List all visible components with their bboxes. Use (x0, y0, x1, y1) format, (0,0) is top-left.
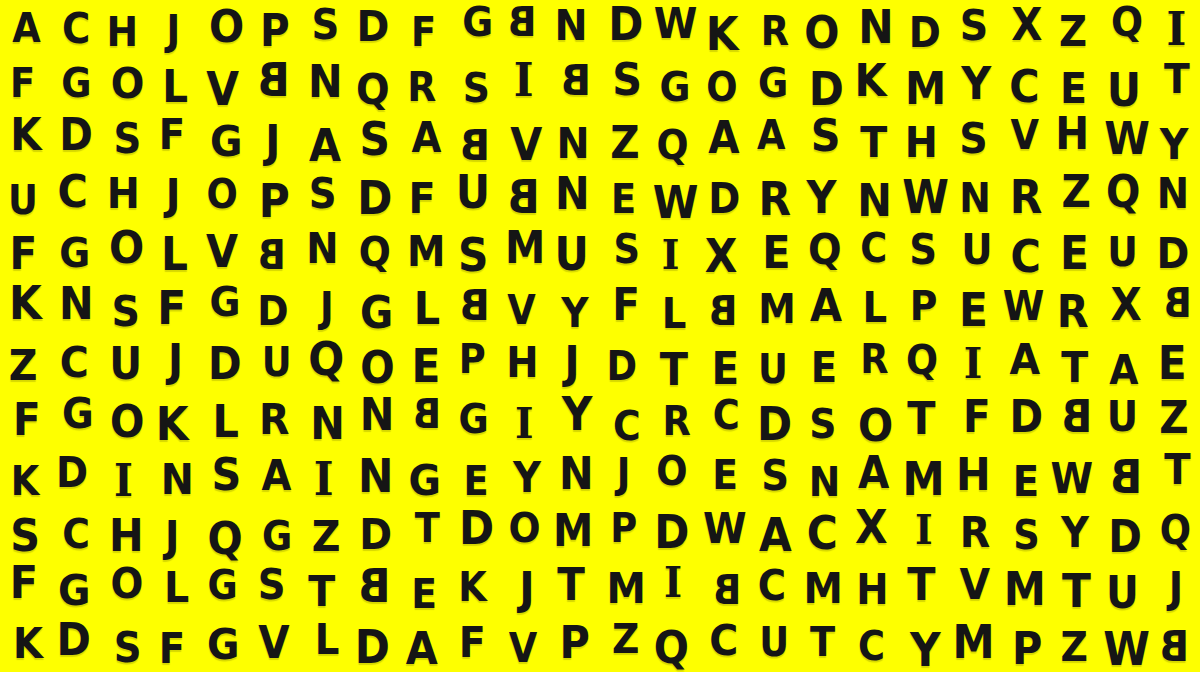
grid-cell[interactable]: M (999, 560, 1049, 616)
grid-cell[interactable]: X (849, 504, 899, 560)
grid-cell[interactable]: Y (549, 280, 599, 336)
grid-cell[interactable]: Z (599, 112, 649, 168)
grid-cell[interactable]: N (350, 392, 400, 448)
grid-cell[interactable]: Q (200, 504, 250, 560)
grid-cell[interactable]: E (799, 336, 849, 392)
grid-cell[interactable]: T (649, 336, 699, 392)
grid-cell[interactable]: N (150, 448, 200, 504)
grid-cell[interactable]: S (999, 504, 1049, 560)
grid-cell[interactable]: R (849, 336, 899, 392)
grid-cell[interactable]: S (100, 616, 150, 672)
grid-cell[interactable]: P (899, 280, 950, 336)
grid-cell[interactable]: E (1150, 336, 1200, 392)
grid-cell[interactable]: C (699, 616, 749, 672)
grid-cell[interactable]: J (150, 504, 200, 560)
grid-cell[interactable]: T (1150, 56, 1200, 112)
grid-cell[interactable]: A (250, 448, 300, 504)
grid-cell[interactable]: R (399, 56, 449, 112)
grid-cell[interactable]: B (449, 112, 499, 168)
grid-cell[interactable]: B (1099, 448, 1150, 504)
grid-cell[interactable]: O (699, 56, 749, 112)
grid-cell[interactable]: G (350, 280, 400, 336)
grid-cell[interactable]: O (499, 504, 549, 560)
grid-cell[interactable]: D (50, 616, 100, 672)
grid-cell[interactable]: W (699, 504, 749, 560)
grid-cell[interactable]: R (1049, 280, 1099, 336)
grid-cell[interactable]: K (0, 448, 50, 504)
grid-cell[interactable]: V (200, 224, 250, 280)
grid-cell[interactable]: T (1150, 448, 1200, 504)
grid-cell[interactable]: U (950, 224, 1000, 280)
grid-cell[interactable]: B (549, 56, 599, 112)
grid-cell[interactable]: X (1099, 280, 1150, 336)
grid-cell[interactable]: W (1099, 616, 1150, 672)
grid-cell[interactable]: S (250, 560, 300, 616)
grid-cell[interactable]: D (200, 336, 250, 392)
grid-cell[interactable]: E (399, 560, 449, 616)
grid-cell[interactable]: B (699, 280, 749, 336)
grid-cell[interactable]: J (1150, 560, 1200, 616)
grid-cell[interactable]: S (100, 280, 150, 336)
grid-cell[interactable]: M (749, 280, 799, 336)
grid-cell[interactable]: D (999, 392, 1049, 448)
grid-cell[interactable]: T (899, 560, 950, 616)
grid-cell[interactable]: V (499, 280, 549, 336)
grid-cell[interactable]: B (1150, 616, 1200, 672)
grid-cell[interactable]: A (399, 616, 449, 672)
grid-cell[interactable]: P (250, 0, 300, 56)
grid-cell[interactable]: D (250, 280, 300, 336)
grid-cell[interactable]: Z (1049, 168, 1099, 224)
grid-cell[interactable]: S (799, 112, 849, 168)
grid-cell[interactable]: L (849, 280, 899, 336)
grid-cell[interactable]: S (799, 392, 849, 448)
grid-cell[interactable]: N (1150, 168, 1200, 224)
grid-letter: G (262, 516, 292, 556)
grid-cell[interactable]: A (300, 112, 350, 168)
grid-cell[interactable]: W (1099, 112, 1150, 168)
grid-cell[interactable]: C (999, 224, 1049, 280)
grid-cell[interactable]: M (950, 616, 1000, 672)
grid-letter: S (312, 4, 340, 46)
grid-cell[interactable]: U (1099, 56, 1150, 112)
grid-cell[interactable]: N (300, 224, 350, 280)
grid-cell[interactable]: M (499, 224, 549, 280)
grid-cell[interactable]: Q (899, 336, 950, 392)
grid-cell[interactable]: Z (0, 336, 50, 392)
grid-cell[interactable]: U (1099, 392, 1150, 448)
grid-cell[interactable]: B (1049, 392, 1099, 448)
grid-cell[interactable]: N (549, 112, 599, 168)
grid-cell[interactable]: Z (300, 504, 350, 560)
grid-cell[interactable]: C (599, 392, 649, 448)
grid-cell[interactable]: Z (1049, 0, 1099, 56)
grid-cell[interactable]: E (449, 448, 499, 504)
grid-cell[interactable]: E (950, 280, 1000, 336)
grid-cell[interactable]: R (649, 392, 699, 448)
grid-cell[interactable]: F (150, 280, 200, 336)
grid-cell[interactable]: O (100, 56, 150, 112)
grid-cell[interactable]: D (649, 504, 699, 560)
grid-cell[interactable]: M (549, 504, 599, 560)
grid-cell[interactable]: C (849, 616, 899, 672)
grid-letter: Z (1062, 170, 1091, 214)
grid-letter: J (564, 341, 579, 385)
grid-cell[interactable]: Q (350, 224, 400, 280)
grid-cell[interactable]: P (250, 168, 300, 224)
grid-cell[interactable]: K (150, 392, 200, 448)
grid-cell[interactable]: U (1099, 224, 1150, 280)
grid-cell[interactable]: Q (1099, 0, 1150, 56)
grid-cell[interactable]: D (350, 0, 400, 56)
grid-cell[interactable]: J (499, 560, 549, 616)
grid-cell[interactable]: H (100, 168, 150, 224)
grid-cell[interactable]: S (449, 224, 499, 280)
grid-cell[interactable]: Q (649, 616, 699, 672)
grid-cell[interactable]: B (350, 560, 400, 616)
grid-cell[interactable]: D (1099, 504, 1150, 560)
grid-cell[interactable]: O (100, 392, 150, 448)
grid-cell[interactable]: G (50, 392, 100, 448)
grid-cell[interactable]: R (950, 504, 1000, 560)
grid-cell[interactable]: H (1049, 112, 1099, 168)
grid-cell[interactable]: S (449, 56, 499, 112)
grid-cell[interactable]: L (649, 280, 699, 336)
grid-cell[interactable]: D (599, 336, 649, 392)
grid-cell[interactable]: N (950, 168, 1000, 224)
grid-letter: F (408, 176, 435, 219)
grid-cell[interactable]: F (399, 0, 449, 56)
grid-cell[interactable]: V (499, 616, 549, 672)
grid-cell[interactable]: E (599, 168, 649, 224)
grid-cell[interactable]: J (300, 280, 350, 336)
grid-cell[interactable]: S (200, 448, 250, 504)
grid-cell[interactable]: J (150, 168, 200, 224)
grid-cell[interactable]: I (100, 448, 150, 504)
grid-cell[interactable]: C (999, 56, 1049, 112)
grid-cell[interactable]: G (250, 504, 300, 560)
grid-cell[interactable]: Q (350, 56, 400, 112)
grid-letter: S (809, 403, 836, 444)
grid-cell[interactable]: H (849, 560, 899, 616)
grid-cell[interactable]: K (0, 280, 50, 336)
grid-cell[interactable]: B (499, 168, 549, 224)
grid-cell[interactable]: O (200, 168, 250, 224)
grid-cell[interactable]: S (300, 168, 350, 224)
grid-cell[interactable]: V (250, 616, 300, 672)
grid-cell[interactable]: E (1049, 56, 1099, 112)
grid-cell[interactable]: V (200, 56, 250, 112)
grid-cell[interactable]: Z (1049, 616, 1099, 672)
grid-cell[interactable]: I (899, 504, 950, 560)
grid-cell[interactable]: T (1049, 560, 1099, 616)
grid-cell[interactable]: W (1049, 448, 1099, 504)
grid-cell[interactable]: G (50, 560, 100, 616)
grid-letter: M (905, 65, 946, 110)
grid-cell[interactable]: K (0, 112, 50, 168)
grid-cell[interactable]: F (0, 392, 50, 448)
grid-cell[interactable]: N (549, 168, 599, 224)
grid-cell[interactable]: H (499, 336, 549, 392)
grid-cell[interactable]: X (999, 0, 1049, 56)
grid-cell[interactable]: V (950, 560, 1000, 616)
grid-cell[interactable]: Q (1150, 504, 1200, 560)
grid-cell[interactable]: G (449, 0, 499, 56)
grid-cell[interactable]: H (950, 448, 1000, 504)
grid-cell[interactable]: P (599, 504, 649, 560)
grid-cell[interactable]: Y (499, 448, 549, 504)
grid-cell[interactable]: R (999, 168, 1049, 224)
grid-cell[interactable]: N (300, 392, 350, 448)
grid-cell[interactable]: A (999, 336, 1049, 392)
grid-cell[interactable]: T (549, 560, 599, 616)
grid-cell[interactable]: Q (300, 336, 350, 392)
grid-letter: R (759, 176, 792, 222)
grid-cell[interactable]: K (0, 616, 50, 672)
grid-cell[interactable]: R (749, 168, 799, 224)
grid-cell[interactable]: S (950, 0, 1000, 56)
grid-cell[interactable]: E (699, 448, 749, 504)
grid-cell[interactable]: T (300, 560, 350, 616)
grid-cell[interactable]: H (899, 112, 950, 168)
grid-cell[interactable]: F (0, 560, 50, 616)
grid-cell[interactable]: E (749, 224, 799, 280)
grid-cell[interactable]: P (449, 336, 499, 392)
grid-cell[interactable]: A (699, 112, 749, 168)
grid-cell[interactable]: A (1099, 336, 1150, 392)
grid-cell[interactable]: M (899, 56, 950, 112)
grid-cell[interactable]: F (0, 224, 50, 280)
grid-cell[interactable]: S (0, 504, 50, 560)
grid-cell[interactable]: H (100, 504, 150, 560)
grid-cell[interactable]: L (200, 392, 250, 448)
grid-cell[interactable]: T (799, 616, 849, 672)
grid-cell[interactable]: Y (1150, 112, 1200, 168)
grid-cell[interactable]: F (599, 280, 649, 336)
grid-cell[interactable]: M (399, 224, 449, 280)
grid-cell[interactable]: G (200, 280, 250, 336)
grid-cell[interactable]: U (549, 224, 599, 280)
grid-cell[interactable]: M (799, 560, 849, 616)
grid-cell[interactable]: D (350, 504, 400, 560)
grid-cell[interactable]: G (749, 56, 799, 112)
grid-cell[interactable]: G (449, 392, 499, 448)
grid-cell[interactable]: Y (950, 56, 1000, 112)
grid-cell[interactable]: G (200, 560, 250, 616)
grid-cell[interactable]: G (649, 56, 699, 112)
grid-cell[interactable]: D (449, 504, 499, 560)
grid-cell[interactable]: M (899, 448, 950, 504)
grid-cell[interactable]: Q (1099, 168, 1150, 224)
grid-cell[interactable]: T (1049, 336, 1099, 392)
grid-cell[interactable]: U (250, 336, 300, 392)
grid-cell[interactable]: T (399, 504, 449, 560)
grid-cell[interactable]: E (999, 448, 1049, 504)
grid-cell[interactable]: L (300, 616, 350, 672)
grid-cell[interactable]: O (350, 336, 400, 392)
grid-cell[interactable]: G (50, 56, 100, 112)
grid-cell[interactable]: N (549, 0, 599, 56)
grid-cell[interactable]: B (699, 560, 749, 616)
grid-cell[interactable]: O (849, 392, 899, 448)
grid-cell[interactable]: Y (899, 616, 950, 672)
grid-cell[interactable]: N (350, 448, 400, 504)
grid-cell[interactable]: H (100, 0, 150, 56)
grid-cell[interactable]: D (749, 392, 799, 448)
grid-cell[interactable]: I (1150, 0, 1200, 56)
grid-cell[interactable]: N (549, 448, 599, 504)
grid-letter: D (608, 1, 643, 47)
grid-cell[interactable]: Y (1049, 504, 1099, 560)
grid-cell[interactable]: U (449, 168, 499, 224)
grid-cell[interactable]: P (549, 616, 599, 672)
grid-cell[interactable]: D (799, 56, 849, 112)
grid-cell[interactable]: S (950, 112, 1000, 168)
grid-cell[interactable]: U (0, 168, 50, 224)
grid-cell[interactable]: L (399, 280, 449, 336)
grid-cell[interactable]: A (799, 280, 849, 336)
grid-cell[interactable]: O (799, 0, 849, 56)
grid-cell[interactable]: J (150, 336, 200, 392)
grid-cell[interactable]: U (749, 336, 799, 392)
grid-cell[interactable]: I (300, 448, 350, 504)
grid-cell[interactable]: X (699, 224, 749, 280)
grid-cell[interactable]: F (0, 56, 50, 112)
grid-cell[interactable]: S (749, 448, 799, 504)
grid-cell[interactable]: Y (549, 392, 599, 448)
grid-cell[interactable]: L (150, 224, 200, 280)
grid-cell[interactable]: Z (599, 616, 649, 672)
grid-cell[interactable]: D (599, 0, 649, 56)
grid-cell[interactable]: G (50, 224, 100, 280)
grid-cell[interactable]: G (200, 616, 250, 672)
grid-cell[interactable]: K (449, 560, 499, 616)
grid-cell[interactable]: C (699, 392, 749, 448)
grid-cell[interactable]: Z (1150, 392, 1200, 448)
grid-cell[interactable]: D (50, 112, 100, 168)
grid-cell[interactable]: W (649, 0, 699, 56)
grid-cell[interactable]: J (250, 112, 300, 168)
grid-cell[interactable]: F (950, 392, 1000, 448)
grid-letter: S (458, 232, 488, 278)
grid-cell[interactable]: C (50, 0, 100, 56)
grid-cell[interactable]: O (100, 224, 150, 280)
grid-cell[interactable]: R (250, 392, 300, 448)
grid-cell[interactable]: C (749, 560, 799, 616)
grid-cell[interactable]: R (749, 0, 799, 56)
grid-cell[interactable]: E (1049, 224, 1099, 280)
grid-cell[interactable]: B (250, 56, 300, 112)
grid-cell[interactable]: T (899, 392, 950, 448)
grid-cell[interactable]: W (999, 280, 1049, 336)
grid-letter: R (861, 339, 889, 379)
grid-cell[interactable]: A (849, 448, 899, 504)
grid-cell[interactable]: W (649, 168, 699, 224)
grid-cell[interactable]: Q (799, 224, 849, 280)
grid-cell[interactable]: V (499, 112, 549, 168)
grid-cell[interactable]: G (200, 112, 250, 168)
grid-cell[interactable]: I (499, 56, 549, 112)
grid-cell[interactable]: S (350, 112, 400, 168)
grid-cell[interactable]: B (499, 0, 549, 56)
grid-cell[interactable]: E (399, 336, 449, 392)
grid-cell[interactable]: D (50, 448, 100, 504)
grid-cell[interactable]: C (50, 504, 100, 560)
grid-cell[interactable]: C (799, 504, 849, 560)
grid-cell[interactable]: N (799, 448, 849, 504)
grid-cell[interactable]: N (300, 56, 350, 112)
grid-cell[interactable]: P (999, 616, 1049, 672)
grid-cell[interactable]: A (399, 112, 449, 168)
grid-cell[interactable]: D (1150, 224, 1200, 280)
grid-cell[interactable]: S (599, 56, 649, 112)
grid-cell[interactable]: V (999, 112, 1049, 168)
grid-cell[interactable]: B (399, 392, 449, 448)
grid-cell[interactable]: G (399, 448, 449, 504)
grid-cell[interactable]: J (599, 448, 649, 504)
grid-cell[interactable]: B (250, 224, 300, 280)
grid-cell[interactable]: O (100, 560, 150, 616)
grid-cell[interactable]: S (899, 224, 950, 280)
grid-cell[interactable]: A (749, 504, 799, 560)
grid-cell[interactable]: B (1150, 280, 1200, 336)
grid-cell[interactable]: C (50, 168, 100, 224)
grid-cell[interactable]: U (100, 336, 150, 392)
grid-cell[interactable]: Q (649, 112, 699, 168)
grid-cell[interactable]: U (1099, 560, 1150, 616)
grid-letter: M (407, 231, 445, 273)
grid-cell[interactable]: T (849, 112, 899, 168)
grid-cell[interactable]: J (150, 0, 200, 56)
grid-cell[interactable]: I (499, 392, 549, 448)
grid-cell[interactable]: U (749, 616, 799, 672)
grid-cell[interactable]: C (849, 224, 899, 280)
grid-cell[interactable]: S (599, 224, 649, 280)
grid-cell[interactable]: D (350, 168, 400, 224)
grid-cell[interactable]: I (950, 336, 1000, 392)
grid-cell[interactable]: S (300, 0, 350, 56)
grid-cell[interactable]: M (599, 560, 649, 616)
grid-cell[interactable]: K (699, 0, 749, 56)
grid-cell[interactable]: D (350, 616, 400, 672)
grid-cell[interactable]: F (399, 168, 449, 224)
grid-cell[interactable]: A (749, 112, 799, 168)
grid-cell[interactable]: J (549, 336, 599, 392)
grid-cell[interactable]: K (849, 56, 899, 112)
grid-cell[interactable]: C (50, 336, 100, 392)
grid-cell[interactable]: F (150, 112, 200, 168)
grid-cell[interactable]: L (150, 560, 200, 616)
grid-cell[interactable]: A (0, 0, 50, 56)
grid-cell[interactable]: I (649, 224, 699, 280)
grid-cell[interactable]: F (449, 616, 499, 672)
grid-cell[interactable]: D (899, 0, 950, 56)
grid-cell[interactable]: N (849, 0, 899, 56)
grid-cell[interactable]: L (150, 56, 200, 112)
grid-cell[interactable]: O (649, 448, 699, 504)
grid-cell[interactable]: N (50, 280, 100, 336)
grid-cell[interactable]: F (150, 616, 200, 672)
grid-cell[interactable]: Y (799, 168, 849, 224)
grid-cell[interactable]: E (699, 336, 749, 392)
grid-cell[interactable]: D (699, 168, 749, 224)
grid-cell[interactable]: N (849, 168, 899, 224)
grid-cell[interactable]: I (649, 560, 699, 616)
grid-cell[interactable]: O (200, 0, 250, 56)
grid-cell[interactable]: S (100, 112, 150, 168)
grid-cell[interactable]: W (899, 168, 950, 224)
grid-cell[interactable]: B (449, 280, 499, 336)
